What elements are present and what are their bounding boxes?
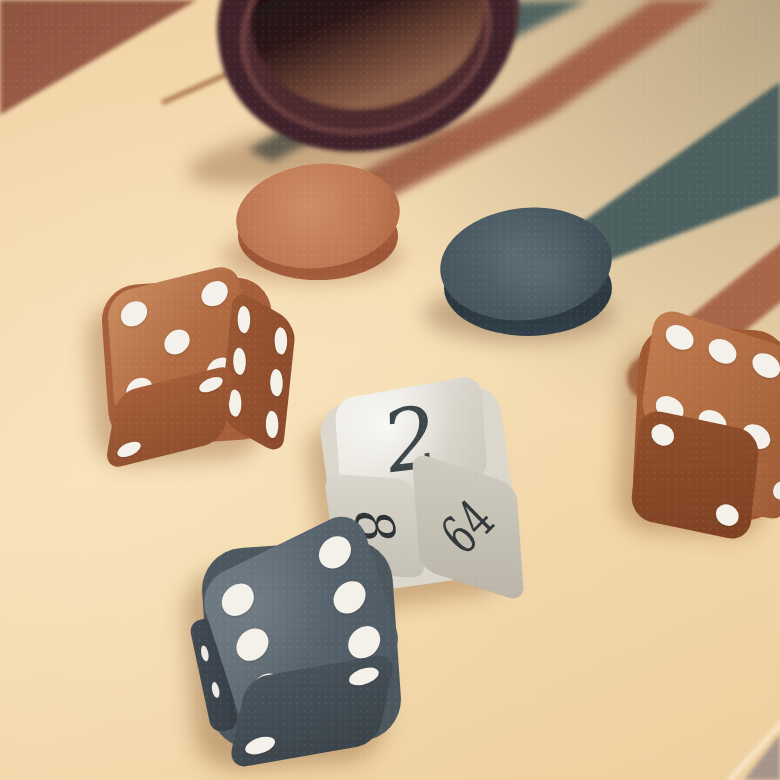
pip xyxy=(715,502,740,528)
pip xyxy=(664,322,695,354)
pip xyxy=(198,375,224,396)
pip-fragment xyxy=(200,645,210,662)
die-orange-right[interactable] xyxy=(634,326,780,530)
backgammon-photo-scene: 2 8 64 xyxy=(0,0,780,780)
pip-cell xyxy=(636,480,675,520)
pip-cell xyxy=(672,488,711,528)
die-orange-right-front-face xyxy=(630,407,761,542)
pip xyxy=(201,278,228,309)
pip xyxy=(265,408,280,442)
pip xyxy=(163,327,190,358)
pip-fragment xyxy=(211,681,221,698)
die-gray[interactable] xyxy=(198,538,403,753)
pip xyxy=(232,345,247,378)
pip xyxy=(273,324,288,358)
pip xyxy=(232,623,272,667)
pip xyxy=(751,350,780,382)
cube-digit-64: 64 xyxy=(433,491,504,563)
pip xyxy=(120,298,147,329)
pip xyxy=(315,530,355,574)
pip xyxy=(708,336,739,368)
die-orange-left[interactable] xyxy=(101,279,285,449)
pip xyxy=(116,439,142,460)
checker-orange[interactable] xyxy=(236,164,404,286)
pip-cell xyxy=(261,398,284,450)
pip xyxy=(217,577,257,621)
pip xyxy=(329,575,369,619)
pip xyxy=(348,665,381,687)
pip xyxy=(650,422,675,448)
pip xyxy=(243,735,276,757)
checker-slate[interactable] xyxy=(440,208,616,346)
pip xyxy=(269,366,284,400)
pip-fragment xyxy=(772,480,780,500)
pip xyxy=(237,303,252,336)
pip-cell xyxy=(708,495,747,535)
